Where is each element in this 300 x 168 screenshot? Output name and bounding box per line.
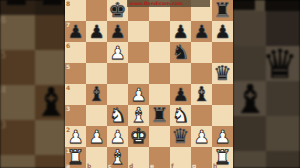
square-e3[interactable]: ♜ (149, 105, 170, 126)
square-e7[interactable] (149, 21, 170, 42)
piece-black-pawn-g7[interactable]: ♟ (193, 21, 209, 42)
square-f2[interactable]: ♛ (170, 126, 191, 147)
square-c3[interactable]: ♞ (107, 105, 128, 126)
file-label-d: d (129, 163, 133, 168)
square-b6[interactable] (86, 42, 107, 63)
square-b8[interactable] (86, 0, 107, 21)
rank-label-8: 8 (66, 1, 70, 7)
background-left-strip: ♟ ♟ ♝ 6 5 4 3 (0, 0, 65, 168)
background-right-strip: ♛ ♝ (233, 0, 300, 168)
square-f6[interactable]: ♞ (170, 42, 191, 63)
piece-white-king-d2[interactable]: ♚ (130, 126, 148, 147)
square-g5[interactable] (191, 63, 212, 84)
square-c7[interactable]: ♟ (107, 21, 128, 42)
square-d3[interactable]: ♝ (128, 105, 149, 126)
file-label-c: c (108, 163, 112, 168)
square-c1[interactable]: c♝ (107, 147, 128, 168)
piece-black-king-c8[interactable]: ♚ (109, 0, 127, 21)
square-c2[interactable]: ♟ (107, 126, 128, 147)
piece-black-pawn-c7[interactable]: ♟ (109, 21, 125, 42)
piece-black-queen-h5[interactable]: ♛ (214, 63, 232, 84)
square-b5[interactable] (86, 63, 107, 84)
piece-white-knight-f3[interactable]: ♞ (172, 105, 190, 126)
piece-white-bishop-d3[interactable]: ♝ (130, 105, 148, 126)
square-g7[interactable]: ♟ (191, 21, 212, 42)
rank-label-6: 6 (66, 43, 70, 49)
square-h5[interactable]: ♛ (212, 63, 233, 84)
square-g4[interactable]: ♝ (191, 84, 212, 105)
square-d7[interactable] (128, 21, 149, 42)
square-g3[interactable] (191, 105, 212, 126)
square-d1[interactable]: d (128, 147, 149, 168)
piece-black-knight-f6[interactable]: ♞ (172, 42, 190, 63)
piece-white-pawn-c6[interactable]: ♟ (109, 42, 125, 63)
square-b7[interactable]: ♟ (86, 21, 107, 42)
square-c5[interactable] (107, 63, 128, 84)
rank-label-2: 2 (66, 127, 70, 133)
piece-white-pawn-g2[interactable]: ♟ (193, 126, 209, 147)
square-h3[interactable] (212, 105, 233, 126)
square-b2[interactable]: ♟ (86, 126, 107, 147)
square-h6[interactable] (212, 42, 233, 63)
piece-white-knight-c3[interactable]: ♞ (109, 105, 127, 126)
square-d2[interactable]: ♚ (128, 126, 149, 147)
square-a2[interactable]: 2♟ (65, 126, 86, 147)
rank-label-7: 7 (66, 22, 70, 28)
piece-black-pawn-h7[interactable]: ♟ (214, 21, 230, 42)
square-f7[interactable]: ♟ (170, 21, 191, 42)
square-b4[interactable]: ♝ (86, 84, 107, 105)
square-c6[interactable]: ♟ (107, 42, 128, 63)
rank-label-5: 5 (66, 64, 70, 70)
piece-white-pawn-b2[interactable]: ♟ (88, 126, 104, 147)
square-a7[interactable]: 7♟ (65, 21, 86, 42)
piece-black-pawn-b7[interactable]: ♟ (88, 21, 104, 42)
square-e4[interactable] (149, 84, 170, 105)
piece-black-pawn-f4[interactable]: ♟ (172, 84, 188, 105)
square-a1[interactable]: 1a♜ (65, 147, 86, 168)
square-e2[interactable] (149, 126, 170, 147)
file-label-b: b (87, 163, 91, 168)
piece-black-pawn-f7[interactable]: ♟ (172, 21, 188, 42)
square-g1[interactable]: g (191, 147, 212, 168)
piece-black-bishop-g4[interactable]: ♝ (193, 84, 211, 105)
chess-board[interactable]: 8♚♜7♟♟♟♟♟♟6♟♞5♛4♝♟♟♝3♞♝♜♞2♟♟♟♚♛♟♟1a♜bc♝d… (65, 0, 233, 168)
square-f3[interactable]: ♞ (170, 105, 191, 126)
square-f4[interactable]: ♟ (170, 84, 191, 105)
piece-white-pawn-h2[interactable]: ♟ (214, 126, 230, 147)
file-label-a: a (66, 163, 70, 168)
square-c8[interactable]: ♚ (107, 0, 128, 21)
square-a3[interactable]: 3 (65, 105, 86, 126)
square-h4[interactable] (212, 84, 233, 105)
bandicam-watermark: www.Bandicam.com (127, 0, 210, 7)
file-label-e: e (150, 163, 154, 168)
piece-black-queen-f2[interactable]: ♛ (172, 126, 190, 147)
square-h2[interactable]: ♟ (212, 126, 233, 147)
file-label-g: g (192, 163, 196, 168)
square-h1[interactable]: h♜ (212, 147, 233, 168)
file-label-h: h (213, 163, 217, 168)
square-a5[interactable]: 5 (65, 63, 86, 84)
square-c4[interactable] (107, 84, 128, 105)
piece-white-pawn-c2[interactable]: ♟ (109, 126, 125, 147)
square-e1[interactable]: e (149, 147, 170, 168)
square-a8[interactable]: 8 (65, 0, 86, 21)
piece-black-rook-h8[interactable]: ♜ (214, 0, 232, 21)
square-d5[interactable] (128, 63, 149, 84)
rank-label-1: 1 (66, 148, 70, 154)
piece-black-bishop-b4[interactable]: ♝ (88, 84, 106, 105)
rank-label-4: 4 (66, 85, 70, 91)
square-a4[interactable]: 4 (65, 84, 86, 105)
square-d6[interactable] (128, 42, 149, 63)
rank-label-3: 3 (66, 106, 70, 112)
square-h7[interactable]: ♟ (212, 21, 233, 42)
piece-black-rook-e3[interactable]: ♜ (151, 105, 169, 126)
square-b3[interactable] (86, 105, 107, 126)
square-a6[interactable]: 6 (65, 42, 86, 63)
watermark-text: www.Bandicam.com (129, 1, 183, 6)
square-g6[interactable] (191, 42, 212, 63)
square-d4[interactable]: ♟ (128, 84, 149, 105)
video-frame: ♟ ♟ ♝ 6 5 4 3 ♛ ♝ (0, 0, 300, 168)
file-label-f: f (171, 163, 174, 168)
square-b1[interactable]: b (86, 147, 107, 168)
square-g2[interactable]: ♟ (191, 126, 212, 147)
square-f5[interactable] (170, 63, 191, 84)
square-h8[interactable]: ♜ (212, 0, 233, 21)
square-e5[interactable] (149, 63, 170, 84)
square-e6[interactable] (149, 42, 170, 63)
piece-white-pawn-d4[interactable]: ♟ (130, 84, 146, 105)
square-f1[interactable]: f (170, 147, 191, 168)
